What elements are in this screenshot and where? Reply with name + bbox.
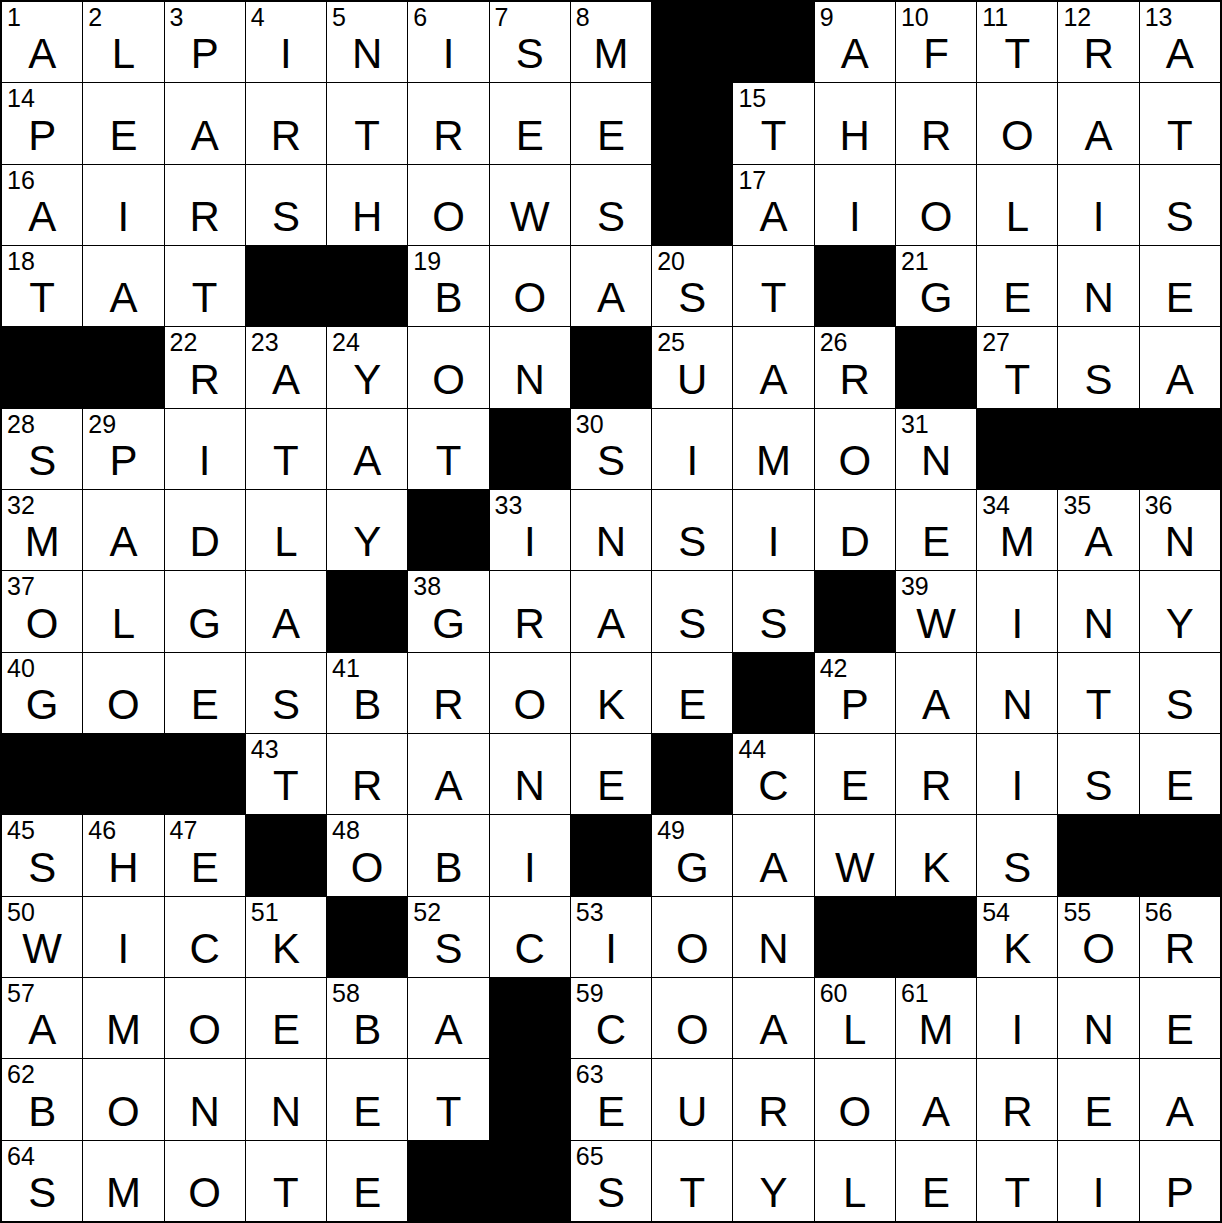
cell-r3c8[interactable]: S — [571, 165, 651, 245]
cell-letter-r14c1: B — [28, 1091, 56, 1140]
cell-r14c1[interactable]: 62B — [2, 1059, 82, 1139]
cell-r2c14[interactable]: A — [1058, 83, 1138, 163]
cell-letter-r13c1: A — [28, 1009, 56, 1058]
cell-r9c13[interactable]: N — [977, 653, 1057, 733]
cell-r15c1[interactable]: 64S — [2, 1141, 82, 1221]
block-r1c10 — [733, 2, 813, 82]
cell-r8c7[interactable]: R — [490, 571, 570, 651]
cell-r8c12[interactable]: 39W — [896, 571, 976, 651]
cell-r6c3[interactable]: I — [165, 409, 245, 489]
cell-letter-r2c13: O — [1001, 115, 1034, 164]
cell-r5c10[interactable]: A — [733, 327, 813, 407]
cell-letter-r12c7: C — [515, 928, 545, 977]
cell-letter-r12c14: O — [1082, 928, 1115, 977]
cell-r2c4[interactable]: R — [246, 83, 326, 163]
cell-r10c4[interactable]: 43T — [246, 734, 326, 814]
cell-r1c11[interactable]: 9A — [815, 2, 895, 82]
cell-r6c2[interactable]: 29P — [83, 409, 163, 489]
cell-r15c10[interactable]: Y — [733, 1141, 813, 1221]
cell-r1c1[interactable]: 1A — [2, 2, 82, 82]
cell-letter-r5c10: A — [760, 359, 788, 408]
cell-r4c12[interactable]: 21G — [896, 246, 976, 326]
cell-r3c13[interactable]: L — [977, 165, 1057, 245]
cell-r10c13[interactable]: I — [977, 734, 1057, 814]
cell-r1c7[interactable]: 7S — [490, 2, 570, 82]
cell-r2c12[interactable]: R — [896, 83, 976, 163]
cell-letter-r3c3: R — [189, 196, 219, 245]
cell-r8c2[interactable]: L — [83, 571, 163, 651]
cell-letter-r6c2: P — [109, 440, 137, 489]
cell-r10c5[interactable]: R — [327, 734, 407, 814]
cell-r3c6[interactable]: O — [408, 165, 488, 245]
cell-r3c12[interactable]: O — [896, 165, 976, 245]
cell-r9c4[interactable]: S — [246, 653, 326, 733]
clue-number-56: 56 — [1145, 899, 1173, 927]
cell-r13c15[interactable]: E — [1140, 978, 1220, 1058]
cell-r7c4[interactable]: L — [246, 490, 326, 570]
cell-r8c14[interactable]: N — [1058, 571, 1138, 651]
cell-letter-r13c15: E — [1166, 1009, 1194, 1058]
cell-r13c10[interactable]: A — [733, 978, 813, 1058]
cell-r6c1[interactable]: 28S — [2, 409, 82, 489]
cell-letter-r5c9: U — [677, 359, 707, 408]
cell-r7c12[interactable]: E — [896, 490, 976, 570]
cell-r7c13[interactable]: 34M — [977, 490, 1057, 570]
cell-r12c4[interactable]: 51K — [246, 897, 326, 977]
cell-r8c3[interactable]: G — [165, 571, 245, 651]
cell-letter-r12c10: N — [758, 928, 788, 977]
cell-r4c8[interactable]: A — [571, 246, 651, 326]
cell-letter-r14c6: T — [436, 1091, 462, 1140]
cell-r5c4[interactable]: 23A — [246, 327, 326, 407]
cell-r11c1[interactable]: 45S — [2, 815, 82, 895]
clue-number-53: 53 — [576, 899, 604, 927]
cell-r10c8[interactable]: E — [571, 734, 651, 814]
cell-r15c11[interactable]: L — [815, 1141, 895, 1221]
cell-r4c15[interactable]: E — [1140, 246, 1220, 326]
cell-r2c1[interactable]: 14P — [2, 83, 82, 163]
clue-number-63: 63 — [576, 1061, 604, 1089]
cell-r5c3[interactable]: 22R — [165, 327, 245, 407]
cell-r5c13[interactable]: 27T — [977, 327, 1057, 407]
cell-r13c2[interactable]: M — [83, 978, 163, 1058]
cell-r14c2[interactable]: O — [83, 1059, 163, 1139]
cell-letter-r9c1: G — [26, 684, 59, 733]
cell-r4c3[interactable]: T — [165, 246, 245, 326]
cell-r6c9[interactable]: I — [652, 409, 732, 489]
cell-r13c12[interactable]: 61M — [896, 978, 976, 1058]
cell-r7c9[interactable]: S — [652, 490, 732, 570]
cell-r8c6[interactable]: 38G — [408, 571, 488, 651]
cell-r15c15[interactable]: P — [1140, 1141, 1220, 1221]
cell-r12c6[interactable]: 52S — [408, 897, 488, 977]
cell-letter-r4c15: E — [1166, 277, 1194, 326]
cell-r13c11[interactable]: 60L — [815, 978, 895, 1058]
cell-letter-r14c11: O — [838, 1091, 871, 1140]
cell-r8c1[interactable]: 37O — [2, 571, 82, 651]
cell-r1c12[interactable]: 10F — [896, 2, 976, 82]
cell-letter-r11c2: H — [108, 847, 138, 896]
cell-r7c14[interactable]: 35A — [1058, 490, 1138, 570]
cell-r14c14[interactable]: E — [1058, 1059, 1138, 1139]
cell-letter-r15c13: T — [1004, 1172, 1030, 1221]
cell-r12c8[interactable]: 53I — [571, 897, 651, 977]
cell-letter-r5c13: T — [1004, 359, 1030, 408]
cell-r11c9[interactable]: 49G — [652, 815, 732, 895]
cell-letter-r13c9: O — [676, 1009, 709, 1058]
cell-r7c7[interactable]: 33I — [490, 490, 570, 570]
cell-letter-r15c14: I — [1093, 1172, 1105, 1221]
cell-r13c5[interactable]: 58B — [327, 978, 407, 1058]
cell-letter-r7c11: D — [840, 521, 870, 570]
cell-r1c2[interactable]: 2L — [83, 2, 163, 82]
cell-r6c10[interactable]: M — [733, 409, 813, 489]
cell-r9c12[interactable]: A — [896, 653, 976, 733]
cell-r10c6[interactable]: A — [408, 734, 488, 814]
cell-r2c5[interactable]: T — [327, 83, 407, 163]
cell-r13c13[interactable]: I — [977, 978, 1057, 1058]
block-r7c6 — [408, 490, 488, 570]
cell-r11c10[interactable]: A — [733, 815, 813, 895]
cell-r12c13[interactable]: 54K — [977, 897, 1057, 977]
cell-letter-r1c12: F — [923, 33, 949, 82]
cell-letter-r5c3: R — [189, 359, 219, 408]
clue-number-41: 41 — [332, 655, 360, 683]
clue-number-25: 25 — [657, 329, 685, 357]
cell-r4c1[interactable]: 18T — [2, 246, 82, 326]
cell-r10c11[interactable]: E — [815, 734, 895, 814]
cell-r9c11[interactable]: 42P — [815, 653, 895, 733]
cell-letter-r4c3: T — [192, 277, 218, 326]
cell-letter-r1c8: M — [593, 33, 628, 82]
cell-r12c15[interactable]: 56R — [1140, 897, 1220, 977]
cell-r5c15[interactable]: A — [1140, 327, 1220, 407]
clue-number-32: 32 — [7, 492, 35, 520]
cell-r1c4[interactable]: 4I — [246, 2, 326, 82]
cell-letter-r3c1: A — [28, 196, 56, 245]
cell-r10c12[interactable]: R — [896, 734, 976, 814]
block-r6c14 — [1058, 409, 1138, 489]
cell-r11c13[interactable]: S — [977, 815, 1057, 895]
cell-letter-r7c9: S — [678, 521, 706, 570]
cell-r12c14[interactable]: 55O — [1058, 897, 1138, 977]
cell-r7c2[interactable]: A — [83, 490, 163, 570]
cell-r15c9[interactable]: T — [652, 1141, 732, 1221]
cell-letter-r12c15: R — [1165, 928, 1195, 977]
cell-r2c2[interactable]: E — [83, 83, 163, 163]
cell-letter-r3c7: W — [510, 196, 550, 245]
cell-letter-r7c8: N — [596, 521, 626, 570]
cell-r12c2[interactable]: I — [83, 897, 163, 977]
cell-r8c4[interactable]: A — [246, 571, 326, 651]
cell-letter-r6c10: M — [756, 440, 791, 489]
cell-letter-r2c15: T — [1167, 115, 1193, 164]
cell-letter-r3c11: I — [849, 196, 861, 245]
clue-number-20: 20 — [657, 248, 685, 276]
cell-r12c3[interactable]: C — [165, 897, 245, 977]
cell-r8c10[interactable]: S — [733, 571, 813, 651]
cell-letter-r10c14: S — [1085, 765, 1113, 814]
cell-r3c14[interactable]: I — [1058, 165, 1138, 245]
cell-letter-r2c14: A — [1085, 115, 1113, 164]
cell-r6c12[interactable]: 31N — [896, 409, 976, 489]
cell-r7c5[interactable]: Y — [327, 490, 407, 570]
cell-letter-r3c2: I — [118, 196, 130, 245]
cell-letter-r3c13: L — [1006, 196, 1029, 245]
cell-letter-r15c5: E — [353, 1172, 381, 1221]
clue-number-38: 38 — [413, 573, 441, 601]
cell-r12c1[interactable]: 50W — [2, 897, 82, 977]
cell-r3c11[interactable]: I — [815, 165, 895, 245]
cell-r5c5[interactable]: 24Y — [327, 327, 407, 407]
cell-r9c14[interactable]: T — [1058, 653, 1138, 733]
cell-r2c10[interactable]: 15T — [733, 83, 813, 163]
clue-number-60: 60 — [820, 980, 848, 1008]
cell-r13c8[interactable]: 59C — [571, 978, 651, 1058]
cell-r13c14[interactable]: N — [1058, 978, 1138, 1058]
cell-letter-r15c9: T — [679, 1172, 705, 1221]
cell-r14c11[interactable]: O — [815, 1059, 895, 1139]
cell-r10c14[interactable]: S — [1058, 734, 1138, 814]
cell-r9c2[interactable]: O — [83, 653, 163, 733]
cell-r11c6[interactable]: B — [408, 815, 488, 895]
cell-r12c10[interactable]: N — [733, 897, 813, 977]
cell-r2c11[interactable]: H — [815, 83, 895, 163]
clue-number-19: 19 — [413, 248, 441, 276]
clue-number-17: 17 — [738, 167, 766, 195]
clue-number-40: 40 — [7, 655, 35, 683]
cell-r3c7[interactable]: W — [490, 165, 570, 245]
block-r10c1 — [2, 734, 82, 814]
cell-r2c3[interactable]: A — [165, 83, 245, 163]
cell-r3c1[interactable]: 16A — [2, 165, 82, 245]
cell-r1c5[interactable]: 5N — [327, 2, 407, 82]
cell-r1c6[interactable]: 6I — [408, 2, 488, 82]
cell-r1c15[interactable]: 13A — [1140, 2, 1220, 82]
cell-r14c6[interactable]: T — [408, 1059, 488, 1139]
cell-r2c15[interactable]: T — [1140, 83, 1220, 163]
cell-r15c14[interactable]: I — [1058, 1141, 1138, 1221]
cell-letter-r12c4: K — [272, 928, 300, 977]
cell-letter-r6c9: I — [686, 440, 698, 489]
cell-r5c14[interactable]: S — [1058, 327, 1138, 407]
block-r8c11 — [815, 571, 895, 651]
clue-number-35: 35 — [1063, 492, 1091, 520]
cell-r14c12[interactable]: A — [896, 1059, 976, 1139]
cell-r7c11[interactable]: D — [815, 490, 895, 570]
cell-letter-r13c3: O — [188, 1009, 221, 1058]
cell-r15c8[interactable]: 65S — [571, 1141, 651, 1221]
cell-letter-r9c9: E — [678, 684, 706, 733]
cell-r14c8[interactable]: 63E — [571, 1059, 651, 1139]
cell-letter-r13c10: A — [760, 1009, 788, 1058]
cell-r11c12[interactable]: K — [896, 815, 976, 895]
cell-r14c4[interactable]: N — [246, 1059, 326, 1139]
cell-r5c7[interactable]: N — [490, 327, 570, 407]
cell-r1c14[interactable]: 12R — [1058, 2, 1138, 82]
cell-r9c7[interactable]: O — [490, 653, 570, 733]
cell-r10c7[interactable]: N — [490, 734, 570, 814]
cell-r4c13[interactable]: E — [977, 246, 1057, 326]
cell-r1c13[interactable]: 11T — [977, 2, 1057, 82]
cell-r11c7[interactable]: I — [490, 815, 570, 895]
cell-r9c3[interactable]: E — [165, 653, 245, 733]
cell-r11c11[interactable]: W — [815, 815, 895, 895]
cell-r5c6[interactable]: O — [408, 327, 488, 407]
clue-number-37: 37 — [7, 573, 35, 601]
clue-number-33: 33 — [495, 492, 523, 520]
clue-number-59: 59 — [576, 980, 604, 1008]
cell-r7c8[interactable]: N — [571, 490, 651, 570]
clue-number-42: 42 — [820, 655, 848, 683]
cell-r14c3[interactable]: N — [165, 1059, 245, 1139]
cell-letter-r5c4: A — [272, 359, 300, 408]
clue-number-26: 26 — [820, 329, 848, 357]
cell-r15c3[interactable]: O — [165, 1141, 245, 1221]
cell-letter-r8c14: N — [1083, 603, 1113, 652]
cell-letter-r14c10: R — [758, 1091, 788, 1140]
clue-number-2: 2 — [88, 4, 102, 32]
cell-r8c13[interactable]: I — [977, 571, 1057, 651]
cell-r9c5[interactable]: 41B — [327, 653, 407, 733]
clue-number-51: 51 — [251, 899, 279, 927]
cell-letter-r13c5: B — [353, 1009, 381, 1058]
cell-r6c4[interactable]: T — [246, 409, 326, 489]
cell-r13c4[interactable]: E — [246, 978, 326, 1058]
cell-r6c5[interactable]: A — [327, 409, 407, 489]
cell-r13c1[interactable]: 57A — [2, 978, 82, 1058]
cell-r7c15[interactable]: 36N — [1140, 490, 1220, 570]
cell-letter-r1c14: R — [1083, 33, 1113, 82]
cell-r10c10[interactable]: 44C — [733, 734, 813, 814]
cell-r8c9[interactable]: S — [652, 571, 732, 651]
cell-r9c6[interactable]: R — [408, 653, 488, 733]
cell-letter-r13c13: I — [1011, 1009, 1023, 1058]
cell-r14c9[interactable]: U — [652, 1059, 732, 1139]
cell-r3c3[interactable]: R — [165, 165, 245, 245]
cell-r9c1[interactable]: 40G — [2, 653, 82, 733]
cell-letter-r11c1: S — [28, 847, 56, 896]
cell-letter-r7c7: I — [524, 521, 536, 570]
clue-number-44: 44 — [738, 736, 766, 764]
cell-letter-r5c14: S — [1085, 359, 1113, 408]
cell-r10c15[interactable]: E — [1140, 734, 1220, 814]
cell-r13c6[interactable]: A — [408, 978, 488, 1058]
cell-letter-r15c8: S — [597, 1172, 625, 1221]
cell-r14c5[interactable]: E — [327, 1059, 407, 1139]
cell-r11c3[interactable]: 47E — [165, 815, 245, 895]
cell-r5c9[interactable]: 25U — [652, 327, 732, 407]
cell-r6c11[interactable]: O — [815, 409, 895, 489]
cell-r9c8[interactable]: K — [571, 653, 651, 733]
cell-r8c15[interactable]: Y — [1140, 571, 1220, 651]
cell-r15c12[interactable]: E — [896, 1141, 976, 1221]
cell-r3c4[interactable]: S — [246, 165, 326, 245]
cell-r3c10[interactable]: 17A — [733, 165, 813, 245]
cell-r14c10[interactable]: R — [733, 1059, 813, 1139]
cell-letter-r10c13: I — [1011, 765, 1023, 814]
clue-number-1: 1 — [7, 4, 21, 32]
cell-letter-r1c4: I — [280, 33, 292, 82]
cell-letter-r8c3: G — [188, 603, 221, 652]
cell-letter-r11c6: B — [434, 847, 462, 896]
clue-number-43: 43 — [251, 736, 279, 764]
cell-r15c13[interactable]: T — [977, 1141, 1057, 1221]
cell-r2c6[interactable]: R — [408, 83, 488, 163]
cell-r4c2[interactable]: A — [83, 246, 163, 326]
clue-number-21: 21 — [901, 248, 929, 276]
cell-letter-r9c3: E — [191, 684, 219, 733]
cell-r14c15[interactable]: A — [1140, 1059, 1220, 1139]
clue-number-49: 49 — [657, 817, 685, 845]
cell-r9c9[interactable]: E — [652, 653, 732, 733]
cell-letter-r15c3: O — [188, 1172, 221, 1221]
cell-r13c3[interactable]: O — [165, 978, 245, 1058]
block-r12c11 — [815, 897, 895, 977]
cell-letter-r6c11: O — [838, 440, 871, 489]
cell-r7c10[interactable]: I — [733, 490, 813, 570]
block-r10c9 — [652, 734, 732, 814]
cell-r7c1[interactable]: 32M — [2, 490, 82, 570]
clue-number-39: 39 — [901, 573, 929, 601]
cell-r6c8[interactable]: 30S — [571, 409, 651, 489]
cell-letter-r4c14: N — [1083, 277, 1113, 326]
cell-r3c15[interactable]: S — [1140, 165, 1220, 245]
cell-r2c13[interactable]: O — [977, 83, 1057, 163]
cell-r3c2[interactable]: I — [83, 165, 163, 245]
cell-letter-r13c8: C — [596, 1009, 626, 1058]
cell-r6c6[interactable]: T — [408, 409, 488, 489]
cell-letter-r4c6: B — [434, 277, 462, 326]
cell-r11c2[interactable]: 46H — [83, 815, 163, 895]
cell-r9c15[interactable]: S — [1140, 653, 1220, 733]
cell-letter-r10c6: A — [434, 765, 462, 814]
cell-r13c9[interactable]: O — [652, 978, 732, 1058]
cell-r1c8[interactable]: 8M — [571, 2, 651, 82]
cell-r3c5[interactable]: H — [327, 165, 407, 245]
cell-r4c6[interactable]: 19B — [408, 246, 488, 326]
cell-r11c5[interactable]: 48O — [327, 815, 407, 895]
cell-r15c4[interactable]: T — [246, 1141, 326, 1221]
cell-letter-r9c8: K — [597, 684, 625, 733]
cell-letter-r14c13: R — [1002, 1091, 1032, 1140]
cell-r4c14[interactable]: N — [1058, 246, 1138, 326]
cell-r12c7[interactable]: C — [490, 897, 570, 977]
cell-letter-r3c6: O — [432, 196, 465, 245]
cell-r12c9[interactable]: O — [652, 897, 732, 977]
cell-letter-r8c15: Y — [1166, 603, 1194, 652]
clue-number-6: 6 — [413, 4, 427, 32]
clue-number-10: 10 — [901, 4, 929, 32]
cell-r15c5[interactable]: E — [327, 1141, 407, 1221]
cell-r7c3[interactable]: D — [165, 490, 245, 570]
cell-r4c10[interactable]: T — [733, 246, 813, 326]
cell-r1c3[interactable]: 3P — [165, 2, 245, 82]
block-r4c11 — [815, 246, 895, 326]
cell-r8c8[interactable]: A — [571, 571, 651, 651]
clue-number-22: 22 — [170, 329, 198, 357]
cell-r4c7[interactable]: O — [490, 246, 570, 326]
cell-r4c9[interactable]: 20S — [652, 246, 732, 326]
clue-number-29: 29 — [88, 411, 116, 439]
cell-r2c8[interactable]: E — [571, 83, 651, 163]
cell-r5c11[interactable]: 26R — [815, 327, 895, 407]
cell-letter-r15c15: P — [1166, 1172, 1194, 1221]
cell-letter-r12c1: W — [22, 928, 62, 977]
cell-r2c7[interactable]: E — [490, 83, 570, 163]
cell-r15c2[interactable]: M — [83, 1141, 163, 1221]
cell-r14c13[interactable]: R — [977, 1059, 1057, 1139]
